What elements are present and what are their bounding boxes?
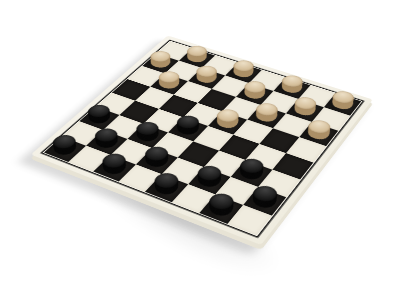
product-photo <box>0 0 420 284</box>
light-piece <box>305 125 333 143</box>
dark-piece <box>92 133 122 151</box>
light-piece <box>291 102 319 119</box>
light-piece <box>329 96 356 112</box>
light-piece <box>213 114 241 131</box>
checkers-board <box>31 36 373 245</box>
dark-piece <box>249 191 280 212</box>
square-5-2 <box>247 105 286 128</box>
dark-piece <box>85 110 114 127</box>
board-grid <box>44 41 361 235</box>
dark-piece <box>205 198 237 219</box>
scene <box>0 0 420 284</box>
light-piece <box>279 80 306 96</box>
dark-piece <box>133 127 162 145</box>
